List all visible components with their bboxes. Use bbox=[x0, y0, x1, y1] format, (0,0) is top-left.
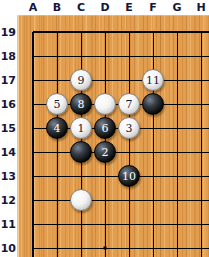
move-number: 6 bbox=[102, 123, 109, 134]
white-stone-F17[interactable]: 11 bbox=[142, 69, 164, 91]
move-number: 2 bbox=[102, 147, 109, 158]
column-label: C bbox=[69, 0, 93, 15]
move-number: 11 bbox=[146, 75, 160, 86]
row-label: 11 bbox=[0, 212, 16, 236]
go-diagram: ABCDEFGH 19181716151413121110 9115874163… bbox=[0, 0, 209, 257]
black-stone-E13[interactable]: 10 bbox=[118, 165, 140, 187]
move-number: 10 bbox=[122, 171, 136, 182]
white-stone-C12[interactable] bbox=[70, 189, 92, 211]
move-number: 7 bbox=[126, 99, 133, 110]
white-stone-B16[interactable]: 5 bbox=[46, 93, 68, 115]
column-label: H bbox=[189, 0, 209, 15]
white-stone-D16[interactable] bbox=[94, 93, 116, 115]
row-label: 17 bbox=[0, 68, 16, 92]
row-label: 19 bbox=[0, 20, 16, 44]
column-label: F bbox=[141, 0, 165, 15]
row-label: 13 bbox=[0, 164, 16, 188]
black-stone-C16[interactable]: 8 bbox=[70, 93, 92, 115]
stones-grid: 9115874163210 bbox=[21, 20, 209, 257]
column-label: B bbox=[45, 0, 69, 15]
row-labels: 19181716151413121110 bbox=[0, 20, 16, 257]
column-labels: ABCDEFGH bbox=[21, 0, 209, 15]
column-label: E bbox=[117, 0, 141, 15]
white-stone-E16[interactable]: 7 bbox=[118, 93, 140, 115]
move-number: 8 bbox=[78, 99, 85, 110]
black-stone-B15[interactable]: 4 bbox=[46, 117, 68, 139]
move-number: 1 bbox=[78, 123, 85, 134]
white-stone-C17[interactable]: 9 bbox=[70, 69, 92, 91]
white-stone-E15[interactable]: 3 bbox=[118, 117, 140, 139]
row-label: 10 bbox=[0, 236, 16, 257]
column-label: A bbox=[21, 0, 45, 15]
column-label: G bbox=[165, 0, 189, 15]
move-number: 9 bbox=[78, 75, 85, 86]
row-label: 16 bbox=[0, 92, 16, 116]
move-number: 5 bbox=[54, 99, 61, 110]
black-stone-D15[interactable]: 6 bbox=[94, 117, 116, 139]
black-stone-F16[interactable] bbox=[142, 93, 164, 115]
row-label: 15 bbox=[0, 116, 16, 140]
black-stone-C14[interactable] bbox=[70, 141, 92, 163]
row-label: 12 bbox=[0, 188, 16, 212]
row-label: 14 bbox=[0, 140, 16, 164]
black-stone-D14[interactable]: 2 bbox=[94, 141, 116, 163]
white-stone-C15[interactable]: 1 bbox=[70, 117, 92, 139]
column-label: D bbox=[93, 0, 117, 15]
row-label: 18 bbox=[0, 44, 16, 68]
go-board[interactable]: 9115874163210 bbox=[17, 15, 209, 257]
move-number: 4 bbox=[54, 123, 61, 134]
move-number: 3 bbox=[126, 123, 133, 134]
